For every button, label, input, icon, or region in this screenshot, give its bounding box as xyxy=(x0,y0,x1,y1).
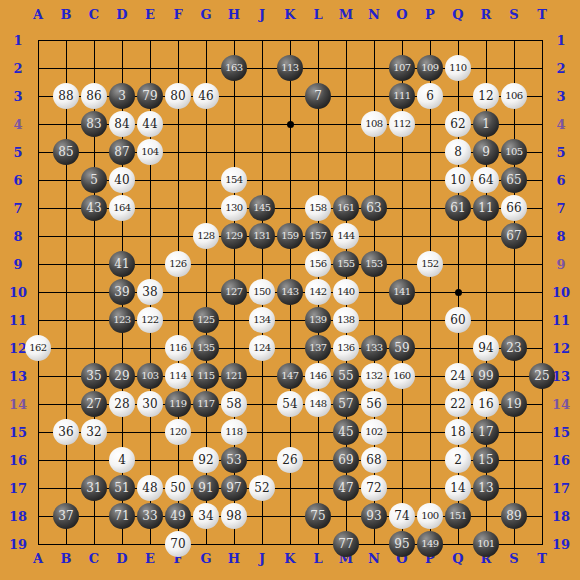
stone-M11[interactable]: 138 xyxy=(333,307,359,333)
stone-Q2[interactable]: 110 xyxy=(445,55,471,81)
stone-G3[interactable]: 46 xyxy=(193,83,219,109)
col-label-bottom-D[interactable]: D xyxy=(116,552,127,565)
move-number: 80 xyxy=(170,90,185,102)
stone-H13[interactable]: 121 xyxy=(221,363,247,389)
col-label-top-R[interactable]: R xyxy=(481,8,492,21)
move-number: 94 xyxy=(478,342,493,354)
stone-R14[interactable]: 16 xyxy=(473,391,499,417)
stone-L14[interactable]: 148 xyxy=(305,391,331,417)
move-number: 149 xyxy=(421,539,438,549)
move-number: 158 xyxy=(309,203,326,213)
move-number: 38 xyxy=(142,286,157,298)
stone-G18[interactable]: 34 xyxy=(193,503,219,529)
stone-L3[interactable]: 7 xyxy=(305,83,331,109)
stone-Q5[interactable]: 8 xyxy=(445,139,471,165)
stone-Q17[interactable]: 14 xyxy=(445,475,471,501)
grid-line-vertical xyxy=(514,40,515,545)
stone-G16[interactable]: 92 xyxy=(193,447,219,473)
stone-J8[interactable]: 131 xyxy=(249,223,275,249)
move-number: 52 xyxy=(254,482,269,494)
row-label-left-10[interactable]: 10 xyxy=(9,286,27,299)
stone-F15[interactable]: 120 xyxy=(165,419,191,445)
stone-C6[interactable]: 5 xyxy=(81,167,107,193)
stone-Q6[interactable]: 10 xyxy=(445,167,471,193)
col-label-top-K[interactable]: K xyxy=(284,8,295,21)
move-number: 137 xyxy=(309,343,326,353)
stone-L7[interactable]: 158 xyxy=(305,195,331,221)
col-label-bottom-C[interactable]: C xyxy=(89,552,99,565)
col-label-bottom-K[interactable]: K xyxy=(284,552,295,565)
move-number: 68 xyxy=(366,454,381,466)
stone-Q18[interactable]: 151 xyxy=(445,503,471,529)
row-label-right-5[interactable]: 5 xyxy=(556,146,565,159)
stone-E13[interactable]: 103 xyxy=(137,363,163,389)
stone-H2[interactable]: 163 xyxy=(221,55,247,81)
col-label-top-D[interactable]: D xyxy=(116,8,127,21)
col-label-bottom-L[interactable]: L xyxy=(313,552,322,565)
move-number: 112 xyxy=(393,119,410,129)
move-number: 116 xyxy=(169,343,186,353)
stone-D11[interactable]: 123 xyxy=(109,307,135,333)
col-label-top-M[interactable]: M xyxy=(339,8,353,21)
move-number: 3 xyxy=(118,90,126,102)
move-number: 162 xyxy=(29,343,46,353)
stone-T13[interactable]: 25 xyxy=(529,363,555,389)
stone-B15[interactable]: 36 xyxy=(53,419,79,445)
move-number: 115 xyxy=(197,371,214,381)
stone-D17[interactable]: 51 xyxy=(109,475,135,501)
stone-N17[interactable]: 72 xyxy=(361,475,387,501)
row-label-right-10[interactable]: 10 xyxy=(552,286,570,299)
go-board[interactable]: AABBCCDDEEFFGGHHJJKKLLMMNNOOPPQQRRSSTT11… xyxy=(0,0,580,580)
row-label-left-18[interactable]: 18 xyxy=(9,510,27,523)
stone-D5[interactable]: 87 xyxy=(109,139,135,165)
stone-C3[interactable]: 86 xyxy=(81,83,107,109)
move-number: 140 xyxy=(337,287,354,297)
row-label-left-14[interactable]: 14 xyxy=(9,398,27,411)
move-number: 31 xyxy=(86,482,101,494)
stone-J11[interactable]: 134 xyxy=(249,307,275,333)
move-number: 36 xyxy=(58,426,73,438)
stone-E14[interactable]: 30 xyxy=(137,391,163,417)
row-label-left-19[interactable]: 19 xyxy=(9,538,27,551)
stone-Q15[interactable]: 18 xyxy=(445,419,471,445)
move-number: 23 xyxy=(506,342,521,354)
stone-E18[interactable]: 33 xyxy=(137,503,163,529)
stone-E11[interactable]: 122 xyxy=(137,307,163,333)
stone-P18[interactable]: 100 xyxy=(417,503,443,529)
stone-D14[interactable]: 28 xyxy=(109,391,135,417)
move-number: 54 xyxy=(282,398,297,410)
stone-R4[interactable]: 1 xyxy=(473,111,499,137)
col-label-bottom-T[interactable]: T xyxy=(537,552,547,565)
stone-H16[interactable]: 53 xyxy=(221,447,247,473)
stone-N18[interactable]: 93 xyxy=(361,503,387,529)
stone-D16[interactable]: 4 xyxy=(109,447,135,473)
stone-S6[interactable]: 65 xyxy=(501,167,527,193)
move-number: 163 xyxy=(225,63,242,73)
row-label-right-11[interactable]: 11 xyxy=(552,314,570,327)
stone-M16[interactable]: 69 xyxy=(333,447,359,473)
stone-O4[interactable]: 112 xyxy=(389,111,415,137)
stone-M17[interactable]: 47 xyxy=(333,475,359,501)
row-label-left-11[interactable]: 11 xyxy=(9,314,27,327)
stone-G17[interactable]: 91 xyxy=(193,475,219,501)
move-number: 8 xyxy=(454,146,462,158)
stone-E17[interactable]: 48 xyxy=(137,475,163,501)
col-label-bottom-H[interactable]: H xyxy=(228,552,240,565)
move-number: 45 xyxy=(338,426,353,438)
row-label-right-15[interactable]: 15 xyxy=(552,426,570,439)
stone-E5[interactable]: 104 xyxy=(137,139,163,165)
row-label-right-19[interactable]: 19 xyxy=(552,538,570,551)
stone-J12[interactable]: 124 xyxy=(249,335,275,361)
stone-D6[interactable]: 40 xyxy=(109,167,135,193)
stone-F18[interactable]: 49 xyxy=(165,503,191,529)
stone-D7[interactable]: 164 xyxy=(109,195,135,221)
row-label-left-7[interactable]: 7 xyxy=(13,202,22,215)
col-label-top-O[interactable]: O xyxy=(396,8,407,21)
stone-O13[interactable]: 160 xyxy=(389,363,415,389)
stone-C15[interactable]: 32 xyxy=(81,419,107,445)
stone-Q16[interactable]: 2 xyxy=(445,447,471,473)
stone-D10[interactable]: 39 xyxy=(109,279,135,305)
move-number: 44 xyxy=(142,118,157,130)
stone-Q14[interactable]: 22 xyxy=(445,391,471,417)
row-label-right-16[interactable]: 16 xyxy=(552,454,570,467)
move-number: 83 xyxy=(86,118,101,130)
move-number: 128 xyxy=(197,231,214,241)
stone-M10[interactable]: 140 xyxy=(333,279,359,305)
stone-P2[interactable]: 109 xyxy=(417,55,443,81)
row-label-left-5[interactable]: 5 xyxy=(13,146,22,159)
stone-H7[interactable]: 130 xyxy=(221,195,247,221)
stone-J17[interactable]: 52 xyxy=(249,475,275,501)
stone-C4[interactable]: 83 xyxy=(81,111,107,137)
col-label-top-G[interactable]: G xyxy=(200,8,211,21)
stone-R3[interactable]: 12 xyxy=(473,83,499,109)
stone-R16[interactable]: 15 xyxy=(473,447,499,473)
move-number: 71 xyxy=(114,510,129,522)
move-number: 100 xyxy=(421,511,438,521)
stone-M8[interactable]: 144 xyxy=(333,223,359,249)
stone-R19[interactable]: 101 xyxy=(473,531,499,557)
stone-R12[interactable]: 94 xyxy=(473,335,499,361)
stone-F19[interactable]: 70 xyxy=(165,531,191,557)
stone-S18[interactable]: 89 xyxy=(501,503,527,529)
stone-D9[interactable]: 41 xyxy=(109,251,135,277)
col-label-bottom-N[interactable]: N xyxy=(368,552,380,565)
stone-M13[interactable]: 55 xyxy=(333,363,359,389)
row-label-left-1[interactable]: 1 xyxy=(13,34,22,47)
col-label-bottom-Q[interactable]: Q xyxy=(452,552,463,565)
stone-N16[interactable]: 68 xyxy=(361,447,387,473)
stone-O19[interactable]: 95 xyxy=(389,531,415,557)
stone-R6[interactable]: 64 xyxy=(473,167,499,193)
move-number: 133 xyxy=(365,343,382,353)
stone-N14[interactable]: 56 xyxy=(361,391,387,417)
row-label-left-4[interactable]: 4 xyxy=(13,118,22,131)
move-number: 61 xyxy=(450,202,465,214)
stone-R5[interactable]: 9 xyxy=(473,139,499,165)
col-label-top-L[interactable]: L xyxy=(313,8,322,21)
stone-O12[interactable]: 59 xyxy=(389,335,415,361)
stone-N9[interactable]: 153 xyxy=(361,251,387,277)
move-number: 63 xyxy=(366,202,381,214)
stone-E10[interactable]: 38 xyxy=(137,279,163,305)
move-number: 135 xyxy=(197,343,214,353)
row-label-right-12[interactable]: 12 xyxy=(552,342,570,355)
stone-S12[interactable]: 23 xyxy=(501,335,527,361)
stone-J7[interactable]: 145 xyxy=(249,195,275,221)
stone-H14[interactable]: 58 xyxy=(221,391,247,417)
row-label-left-2[interactable]: 2 xyxy=(13,62,22,75)
row-label-left-8[interactable]: 8 xyxy=(13,230,22,243)
col-label-top-S[interactable]: S xyxy=(509,8,518,21)
stone-M7[interactable]: 161 xyxy=(333,195,359,221)
move-number: 53 xyxy=(226,454,241,466)
stone-K16[interactable]: 26 xyxy=(277,447,303,473)
stone-M9[interactable]: 155 xyxy=(333,251,359,277)
stone-O3[interactable]: 111 xyxy=(389,83,415,109)
stone-K13[interactable]: 147 xyxy=(277,363,303,389)
stone-C7[interactable]: 43 xyxy=(81,195,107,221)
stone-N7[interactable]: 63 xyxy=(361,195,387,221)
stone-M15[interactable]: 45 xyxy=(333,419,359,445)
move-number: 65 xyxy=(506,174,521,186)
stone-P19[interactable]: 149 xyxy=(417,531,443,557)
stone-R13[interactable]: 99 xyxy=(473,363,499,389)
row-label-right-2[interactable]: 2 xyxy=(556,62,565,75)
row-label-left-9[interactable]: 9 xyxy=(13,258,22,271)
move-number: 148 xyxy=(309,399,326,409)
stone-S14[interactable]: 19 xyxy=(501,391,527,417)
move-number: 160 xyxy=(393,371,410,381)
move-number: 134 xyxy=(253,315,270,325)
stone-K10[interactable]: 143 xyxy=(277,279,303,305)
move-number: 57 xyxy=(338,398,353,410)
move-number: 88 xyxy=(58,90,73,102)
stone-R7[interactable]: 11 xyxy=(473,195,499,221)
grid-line-vertical xyxy=(542,40,543,545)
stone-B5[interactable]: 85 xyxy=(53,139,79,165)
stone-N13[interactable]: 132 xyxy=(361,363,387,389)
move-number: 92 xyxy=(198,454,213,466)
row-label-right-17[interactable]: 17 xyxy=(552,482,570,495)
row-label-right-9[interactable]: 9 xyxy=(556,258,565,271)
row-label-right-7[interactable]: 7 xyxy=(556,202,565,215)
row-label-left-15[interactable]: 15 xyxy=(9,426,27,439)
stone-G8[interactable]: 128 xyxy=(193,223,219,249)
col-label-top-F[interactable]: F xyxy=(173,8,182,21)
row-label-left-3[interactable]: 3 xyxy=(13,90,22,103)
col-label-top-J[interactable]: J xyxy=(259,8,265,21)
stone-D4[interactable]: 84 xyxy=(109,111,135,137)
stone-P9[interactable]: 152 xyxy=(417,251,443,277)
move-number: 87 xyxy=(114,146,129,158)
move-number: 154 xyxy=(225,175,242,185)
move-number: 132 xyxy=(365,371,382,381)
stone-D13[interactable]: 29 xyxy=(109,363,135,389)
move-number: 120 xyxy=(169,427,186,437)
stone-S5[interactable]: 105 xyxy=(501,139,527,165)
move-number: 117 xyxy=(197,399,214,409)
stone-S8[interactable]: 67 xyxy=(501,223,527,249)
stone-E3[interactable]: 79 xyxy=(137,83,163,109)
row-label-left-16[interactable]: 16 xyxy=(9,454,27,467)
move-number: 22 xyxy=(450,398,465,410)
move-number: 86 xyxy=(86,90,101,102)
stone-C14[interactable]: 27 xyxy=(81,391,107,417)
row-label-left-17[interactable]: 17 xyxy=(9,482,27,495)
stone-G14[interactable]: 117 xyxy=(193,391,219,417)
stone-G12[interactable]: 135 xyxy=(193,335,219,361)
col-label-top-Q[interactable]: Q xyxy=(452,8,463,21)
col-label-top-P[interactable]: P xyxy=(425,8,435,21)
move-number: 145 xyxy=(253,203,270,213)
move-number: 19 xyxy=(506,398,521,410)
col-label-bottom-G[interactable]: G xyxy=(200,552,211,565)
stone-L18[interactable]: 75 xyxy=(305,503,331,529)
move-number: 157 xyxy=(309,231,326,241)
stone-F9[interactable]: 126 xyxy=(165,251,191,277)
move-number: 138 xyxy=(337,315,354,325)
stone-N4[interactable]: 108 xyxy=(361,111,387,137)
col-label-top-B[interactable]: B xyxy=(61,8,72,21)
stone-O2[interactable]: 107 xyxy=(389,55,415,81)
stone-L12[interactable]: 137 xyxy=(305,335,331,361)
move-number: 152 xyxy=(421,259,438,269)
col-label-bottom-B[interactable]: B xyxy=(61,552,72,565)
move-number: 95 xyxy=(394,538,409,550)
move-number: 55 xyxy=(338,370,353,382)
col-label-top-N[interactable]: N xyxy=(368,8,380,21)
stone-H8[interactable]: 129 xyxy=(221,223,247,249)
move-number: 91 xyxy=(198,482,213,494)
stone-B18[interactable]: 37 xyxy=(53,503,79,529)
stone-D18[interactable]: 71 xyxy=(109,503,135,529)
move-number: 32 xyxy=(86,426,101,438)
move-number: 28 xyxy=(114,398,129,410)
stone-F13[interactable]: 114 xyxy=(165,363,191,389)
move-number: 124 xyxy=(253,343,270,353)
stone-L9[interactable]: 156 xyxy=(305,251,331,277)
move-number: 99 xyxy=(478,370,493,382)
move-number: 59 xyxy=(394,342,409,354)
stone-M12[interactable]: 136 xyxy=(333,335,359,361)
move-number: 108 xyxy=(365,119,382,129)
row-label-right-6[interactable]: 6 xyxy=(556,174,565,187)
stone-G11[interactable]: 125 xyxy=(193,307,219,333)
move-number: 27 xyxy=(86,398,101,410)
col-label-bottom-E[interactable]: E xyxy=(145,552,155,565)
stone-K2[interactable]: 113 xyxy=(277,55,303,81)
col-label-top-A[interactable]: A xyxy=(33,8,43,21)
col-label-bottom-S[interactable]: S xyxy=(509,552,518,565)
stone-H17[interactable]: 97 xyxy=(221,475,247,501)
grid-line-horizontal xyxy=(38,348,543,349)
stone-L13[interactable]: 146 xyxy=(305,363,331,389)
move-number: 51 xyxy=(114,482,129,494)
stone-L11[interactable]: 139 xyxy=(305,307,331,333)
stone-N12[interactable]: 133 xyxy=(361,335,387,361)
stone-F14[interactable]: 119 xyxy=(165,391,191,417)
stone-L10[interactable]: 142 xyxy=(305,279,331,305)
move-number: 103 xyxy=(141,371,158,381)
move-number: 56 xyxy=(366,398,381,410)
stone-C17[interactable]: 31 xyxy=(81,475,107,501)
move-number: 150 xyxy=(253,287,270,297)
stone-M14[interactable]: 57 xyxy=(333,391,359,417)
stone-S3[interactable]: 106 xyxy=(501,83,527,109)
stone-O18[interactable]: 74 xyxy=(389,503,415,529)
move-number: 156 xyxy=(309,259,326,269)
stone-F17[interactable]: 50 xyxy=(165,475,191,501)
row-label-right-3[interactable]: 3 xyxy=(556,90,565,103)
stone-S7[interactable]: 66 xyxy=(501,195,527,221)
move-number: 107 xyxy=(393,63,410,73)
stone-G13[interactable]: 115 xyxy=(193,363,219,389)
stone-F12[interactable]: 116 xyxy=(165,335,191,361)
stone-K8[interactable]: 159 xyxy=(277,223,303,249)
col-label-top-E[interactable]: E xyxy=(145,8,155,21)
row-label-right-18[interactable]: 18 xyxy=(552,510,570,523)
row-label-left-6[interactable]: 6 xyxy=(13,174,22,187)
col-label-bottom-A[interactable]: A xyxy=(33,552,43,565)
star-point xyxy=(455,289,462,296)
stone-H10[interactable]: 127 xyxy=(221,279,247,305)
stone-Q7[interactable]: 61 xyxy=(445,195,471,221)
stone-B3[interactable]: 88 xyxy=(53,83,79,109)
stone-Q11[interactable]: 60 xyxy=(445,307,471,333)
stone-Q13[interactable]: 24 xyxy=(445,363,471,389)
stone-L8[interactable]: 157 xyxy=(305,223,331,249)
move-number: 144 xyxy=(337,231,354,241)
stone-N15[interactable]: 102 xyxy=(361,419,387,445)
row-label-left-13[interactable]: 13 xyxy=(9,370,27,383)
stone-P3[interactable]: 6 xyxy=(417,83,443,109)
row-label-right-14[interactable]: 14 xyxy=(552,398,570,411)
col-label-top-C[interactable]: C xyxy=(89,8,99,21)
col-label-bottom-J[interactable]: J xyxy=(259,552,265,565)
col-label-top-H[interactable]: H xyxy=(228,8,240,21)
stone-E4[interactable]: 44 xyxy=(137,111,163,137)
col-label-top-T[interactable]: T xyxy=(537,8,547,21)
stone-H6[interactable]: 154 xyxy=(221,167,247,193)
move-number: 34 xyxy=(198,510,213,522)
stone-K14[interactable]: 54 xyxy=(277,391,303,417)
move-number: 41 xyxy=(114,258,129,270)
stone-D3[interactable]: 3 xyxy=(109,83,135,109)
stone-H18[interactable]: 98 xyxy=(221,503,247,529)
row-label-right-1[interactable]: 1 xyxy=(556,34,565,47)
stone-F3[interactable]: 80 xyxy=(165,83,191,109)
row-label-right-8[interactable]: 8 xyxy=(556,230,565,243)
move-number: 153 xyxy=(365,259,382,269)
stone-H15[interactable]: 118 xyxy=(221,419,247,445)
stone-M19[interactable]: 77 xyxy=(333,531,359,557)
move-number: 30 xyxy=(142,398,157,410)
stone-R17[interactable]: 13 xyxy=(473,475,499,501)
stone-C13[interactable]: 35 xyxy=(81,363,107,389)
stone-Q4[interactable]: 62 xyxy=(445,111,471,137)
stone-A12[interactable]: 162 xyxy=(25,335,51,361)
stone-O10[interactable]: 141 xyxy=(389,279,415,305)
row-label-right-4[interactable]: 4 xyxy=(556,118,565,131)
stone-R15[interactable]: 17 xyxy=(473,419,499,445)
move-number: 74 xyxy=(394,510,409,522)
stone-J10[interactable]: 150 xyxy=(249,279,275,305)
